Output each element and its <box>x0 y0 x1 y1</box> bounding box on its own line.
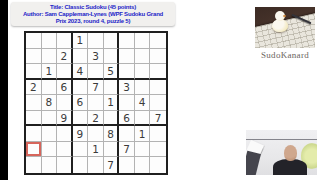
sudoku-cell-r2c7[interactable] <box>119 49 135 65</box>
sudoku-cell-r3c5[interactable] <box>88 64 104 80</box>
sudoku-cell-r5c2[interactable]: 8 <box>42 95 58 111</box>
presenter-head <box>284 145 297 161</box>
sudoku-cell-r9c7[interactable] <box>119 157 135 173</box>
sudoku-cell-r1c8[interactable] <box>135 33 151 49</box>
sudoku-cell-r9c8[interactable] <box>135 157 151 173</box>
sudoku-cell-r3c8[interactable] <box>135 64 151 80</box>
sudoku-cell-r9c3[interactable] <box>57 157 73 173</box>
sudoku-cell-r5c4[interactable]: 6 <box>73 95 89 111</box>
sudoku-cell-r6c2[interactable] <box>42 111 58 127</box>
puzzle-author-line1: Author: Sam Cappleman-Lynes (WPF Sudoku … <box>23 11 163 18</box>
sudoku-cell-r6c5[interactable]: 2 <box>88 111 104 127</box>
sudoku-cell-r1c3[interactable] <box>57 33 73 49</box>
sudoku-cell-r1c9[interactable] <box>150 33 166 49</box>
sudoku-cell-r5c8[interactable]: 4 <box>135 95 151 111</box>
sudoku-cell-r7c5[interactable] <box>88 126 104 142</box>
sudoku-cell-r4c1[interactable]: 2 <box>26 80 42 96</box>
duck-figurine-beak <box>283 15 286 17</box>
presenter-body <box>273 159 307 175</box>
sudoku-cell-r3c1[interactable] <box>26 64 42 80</box>
sudoku-cell-r6c3[interactable]: 9 <box>57 111 73 127</box>
sudoku-cell-r7c1[interactable] <box>26 126 42 142</box>
sudoku-cell-r5c6[interactable]: 1 <box>104 95 120 111</box>
sudoku-cell-r2c5[interactable]: 3 <box>88 49 104 65</box>
sudoku-cell-r2c6[interactable] <box>104 49 120 65</box>
sudoku-cell-r7c3[interactable] <box>57 126 73 142</box>
sudoku-cell-r2c1[interactable] <box>26 49 42 65</box>
sudoku-cell-r5c5[interactable] <box>88 95 104 111</box>
sudoku-cell-r8c6[interactable] <box>104 142 120 158</box>
sudoku-cell-r7c6[interactable]: 8 <box>104 126 120 142</box>
sudoku-cell-r9c9[interactable] <box>150 157 166 173</box>
sudoku-cell-r1c6[interactable] <box>104 33 120 49</box>
sudoku-cell-r9c5[interactable] <box>88 157 104 173</box>
sudoku-cell-r4c4[interactable] <box>73 80 89 96</box>
sudoku-cell-r7c8[interactable]: 1 <box>135 126 151 142</box>
sudoku-cell-r7c4[interactable]: 9 <box>73 126 89 142</box>
sudoku-cell-r7c9[interactable] <box>150 126 166 142</box>
sudoku-cell-r4c3[interactable]: 6 <box>57 80 73 96</box>
sudoku-cell-r3c3[interactable] <box>57 64 73 80</box>
sudoku-cell-r2c9[interactable] <box>150 49 166 65</box>
sudoku-cell-r2c2[interactable] <box>42 49 58 65</box>
sudoku-cell-r6c6[interactable] <box>104 111 120 127</box>
sudoku-cell-r1c4[interactable]: 1 <box>73 33 89 49</box>
sudoku-cell-r5c1[interactable] <box>26 95 42 111</box>
sudoku-cell-r1c7[interactable] <box>119 33 135 49</box>
sudoku-board[interactable]: 123145267386149267981177 <box>24 31 168 175</box>
channel-logo-text: SudoKanard <box>252 50 318 60</box>
sudoku-cell-r3c6[interactable]: 5 <box>104 64 120 80</box>
sudoku-cell-r7c2[interactable] <box>42 126 58 142</box>
sudoku-cell-r8c1[interactable] <box>26 142 42 158</box>
sudoku-cell-r3c9[interactable] <box>150 64 166 80</box>
sudoku-cell-r6c1[interactable] <box>26 111 42 127</box>
sudoku-cell-r8c9[interactable] <box>150 142 166 158</box>
webcam-dark-panel <box>246 151 261 175</box>
sudoku-cell-r4c7[interactable]: 3 <box>119 80 135 96</box>
video-frame: Title: Classic Sudoku (45 points) Author… <box>0 0 320 180</box>
sudoku-cell-r5c7[interactable] <box>119 95 135 111</box>
sudoku-cell-r6c7[interactable]: 6 <box>119 111 135 127</box>
sudoku-cell-r2c8[interactable] <box>135 49 151 65</box>
sudoku-cell-r1c5[interactable] <box>88 33 104 49</box>
sudoku-cell-r6c9[interactable]: 7 <box>150 111 166 127</box>
sudoku-cell-r8c2[interactable] <box>42 142 58 158</box>
sudoku-cell-r9c6[interactable]: 7 <box>104 157 120 173</box>
sudoku-cell-r2c3[interactable]: 2 <box>57 49 73 65</box>
sudoku-cell-r8c3[interactable] <box>57 142 73 158</box>
duck-photo <box>255 7 315 48</box>
webcam-background-line <box>246 139 317 140</box>
sudoku-cell-r8c4[interactable] <box>73 142 89 158</box>
sudoku-cell-r4c8[interactable] <box>135 80 151 96</box>
sudoku-cell-r1c1[interactable] <box>26 33 42 49</box>
puzzle-author-line2: Prix 2023, round 4, puzzle 5) <box>56 18 131 25</box>
letterbox-left <box>0 0 8 180</box>
sudoku-cell-r2c4[interactable] <box>73 49 89 65</box>
sudoku-cell-r4c9[interactable] <box>150 80 166 96</box>
sudoku-cell-r3c2[interactable]: 1 <box>42 64 58 80</box>
sudoku-cell-r4c2[interactable] <box>42 80 58 96</box>
sudoku-cell-r6c8[interactable] <box>135 111 151 127</box>
sudoku-cell-r7c7[interactable] <box>119 126 135 142</box>
sudoku-cell-r4c6[interactable] <box>104 80 120 96</box>
sudoku-cell-r5c3[interactable] <box>57 95 73 111</box>
sudoku-cell-r3c7[interactable] <box>119 64 135 80</box>
sudoku-cell-r8c8[interactable] <box>135 142 151 158</box>
sudoku-cell-r9c2[interactable] <box>42 157 58 173</box>
sudoku-cell-r5c9[interactable] <box>150 95 166 111</box>
sudoku-cell-r3c4[interactable]: 4 <box>73 64 89 80</box>
puzzle-title-line1: Title: Classic Sudoku (45 points) <box>50 4 136 11</box>
sudoku-cell-r6c4[interactable] <box>73 111 89 127</box>
presenter-webcam <box>246 130 317 175</box>
sudoku-cell-r9c4[interactable] <box>73 157 89 173</box>
sudoku-cell-r8c7[interactable]: 7 <box>119 142 135 158</box>
sudoku-cell-r9c1[interactable] <box>26 157 42 173</box>
sudoku-cell-r1c2[interactable] <box>42 33 58 49</box>
puzzle-title-box: Title: Classic Sudoku (45 points) Author… <box>11 2 175 26</box>
sudoku-cell-r4c5[interactable]: 7 <box>88 80 104 96</box>
sudoku-cell-r8c5[interactable]: 1 <box>88 142 104 158</box>
